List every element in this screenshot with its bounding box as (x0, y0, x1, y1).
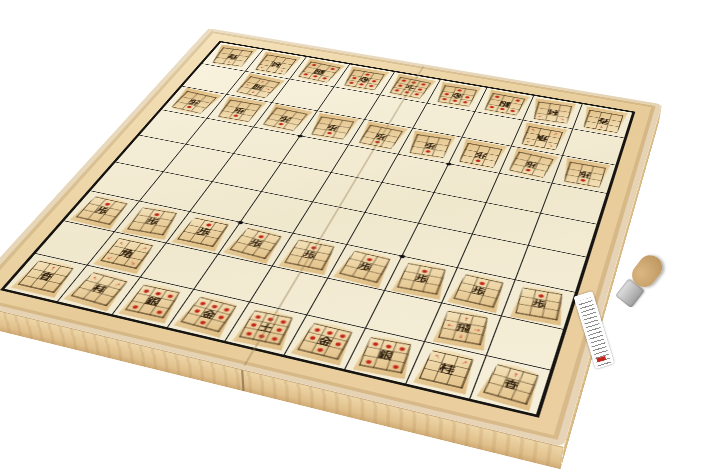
move-mark: ● (151, 306, 169, 317)
latch-clasp[interactable] (613, 248, 669, 310)
movement-diagram: ●歩 (397, 263, 447, 295)
movement-diagram: ●歩 (509, 152, 554, 179)
movement-diagram: ↑←飛→↓ (236, 76, 280, 98)
board-top-face: ↑香↖↗桂●●●銀●●●●●●金●●●●●●玉●●●●●●●●金●●●●●銀●●… (0, 28, 662, 447)
movement-diagram: ●歩 (515, 287, 563, 320)
movement-diagram: ↖↗桂 (71, 272, 128, 306)
empty-mark-cell (423, 283, 439, 293)
movement-diagram: ●歩 (76, 196, 128, 225)
board-scene: ↑香↖↗桂●●●銀●●●●●●金●●●●●●玉●●●●●●●●金●●●●●銀●●… (78, 0, 618, 474)
movement-diagram: ●歩 (127, 207, 178, 235)
movement-diagram: ↑香 (212, 47, 253, 66)
move-mark: ● (387, 360, 404, 372)
piece-sente-knight[interactable]: ↖↗桂 (412, 346, 482, 395)
movement-diagram: ↖↗桂 (419, 350, 474, 389)
movement-diagram: ●●●●金●● (344, 69, 385, 90)
shogi-board: ↑香↖↗桂●●●銀●●●●●●金●●●●●●玉●●●●●●●●金●●●●●銀●●… (0, 46, 659, 469)
board-grid: ↑香↖↗桂●●●銀●●●●●●金●●●●●●玉●●●●●●●●金●●●●●銀●●… (5, 42, 633, 414)
product-photo-stage: ↑香↖↗桂●●●銀●●●●●●金●●●●●●玉●●●●●●●●金●●●●●銀●●… (0, 0, 712, 474)
movement-diagram: ●歩 (409, 134, 451, 158)
movement-diagram: ●●●●金●● (297, 322, 353, 359)
movement-diagram: ↑香 (583, 110, 623, 133)
movement-diagram: ●歩 (311, 117, 355, 140)
movement-diagram: ●歩 (217, 100, 261, 123)
movement-diagram: ●歩 (262, 108, 307, 132)
movement-diagram: ●●●●金●● (181, 296, 238, 332)
piece-sente-silver[interactable]: ●●●銀●● (351, 333, 419, 380)
movement-diagram: ●歩 (563, 162, 606, 188)
movement-diagram: ●歩 (458, 143, 502, 168)
movement-diagram: ↖↗角↙↘ (100, 238, 154, 269)
movement-diagram: ●●●銀●● (298, 61, 341, 82)
movement-diagram: ●●●銀●● (484, 93, 525, 116)
move-mark: ● (266, 333, 283, 344)
movement-diagram: ●歩 (230, 228, 283, 259)
movement-diagram: ●●●銀●● (358, 337, 411, 374)
movement-diagram: ●歩 (178, 217, 230, 247)
empty-mark-cell (467, 334, 483, 345)
empty-mark-cell (202, 237, 218, 247)
movement-diagram: ●歩 (339, 250, 391, 283)
movement-diagram: ●●●●金●● (437, 85, 477, 106)
movement-diagram: ●●●銀●● (126, 284, 182, 318)
movement-diagram: ↖↗桂 (533, 101, 572, 123)
empty-mark-cell (448, 375, 465, 388)
sticker-red-mark (596, 356, 606, 362)
empty-mark-cell (310, 259, 326, 269)
movement-diagram: ↑香 (483, 364, 540, 405)
playing-surface: ↑香↖↗桂●●●銀●●●●●●金●●●●●●玉●●●●●●●●金●●●●●銀●●… (0, 41, 635, 418)
fold-seam-front (241, 370, 245, 392)
empty-mark-cell (543, 309, 558, 320)
piece-sente-lance[interactable]: ↑香 (475, 359, 547, 411)
movement-diagram: ↑←飛→↓ (438, 311, 489, 346)
movement-diagram: ●歩 (171, 91, 217, 114)
movement-diagram: ↑香 (18, 260, 75, 293)
movement-diagram: ↖↗桂 (255, 54, 297, 74)
movement-diagram: ↖↗角↙↘ (521, 126, 563, 150)
movement-diagram: ●歩 (454, 274, 505, 308)
